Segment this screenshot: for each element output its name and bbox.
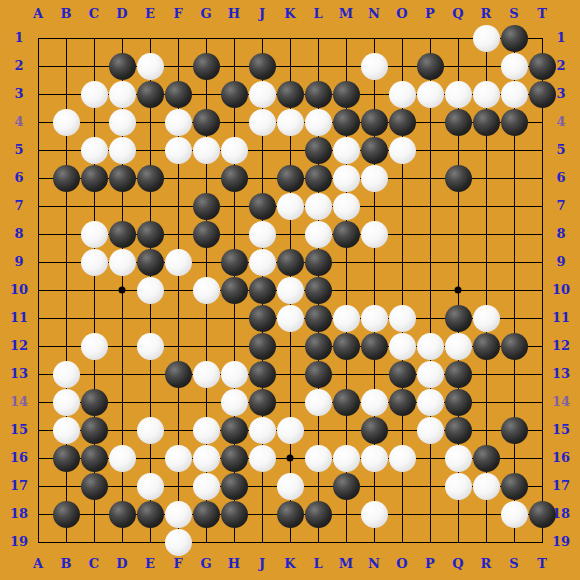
intersection-Q1[interactable] bbox=[444, 24, 472, 52]
intersection-Q11[interactable] bbox=[444, 304, 472, 332]
intersection-R6[interactable] bbox=[472, 164, 500, 192]
intersection-N10[interactable] bbox=[360, 276, 388, 304]
intersection-P9[interactable] bbox=[416, 248, 444, 276]
intersection-L5[interactable] bbox=[304, 136, 332, 164]
intersection-S1[interactable] bbox=[500, 24, 528, 52]
intersection-E16[interactable] bbox=[136, 444, 164, 472]
intersection-G1[interactable] bbox=[192, 24, 220, 52]
intersection-R1[interactable] bbox=[472, 24, 500, 52]
intersection-P11[interactable] bbox=[416, 304, 444, 332]
intersection-N5[interactable] bbox=[360, 136, 388, 164]
intersection-J3[interactable] bbox=[248, 80, 276, 108]
intersection-T6[interactable] bbox=[528, 164, 556, 192]
intersection-L17[interactable] bbox=[304, 472, 332, 500]
intersection-A8[interactable] bbox=[24, 220, 52, 248]
intersection-J1[interactable] bbox=[248, 24, 276, 52]
intersection-Q16[interactable] bbox=[444, 444, 472, 472]
intersection-M18[interactable] bbox=[332, 500, 360, 528]
intersection-H7[interactable] bbox=[220, 192, 248, 220]
intersection-K4[interactable] bbox=[276, 108, 304, 136]
intersection-B8[interactable] bbox=[52, 220, 80, 248]
intersection-L3[interactable] bbox=[304, 80, 332, 108]
intersection-G5[interactable] bbox=[192, 136, 220, 164]
intersection-J9[interactable] bbox=[248, 248, 276, 276]
intersection-E18[interactable] bbox=[136, 500, 164, 528]
intersection-G3[interactable] bbox=[192, 80, 220, 108]
intersection-G10[interactable] bbox=[192, 276, 220, 304]
intersection-C14[interactable] bbox=[80, 388, 108, 416]
intersection-F1[interactable] bbox=[164, 24, 192, 52]
intersection-F6[interactable] bbox=[164, 164, 192, 192]
intersection-E13[interactable] bbox=[136, 360, 164, 388]
intersection-G12[interactable] bbox=[192, 332, 220, 360]
intersection-H17[interactable] bbox=[220, 472, 248, 500]
intersection-R7[interactable] bbox=[472, 192, 500, 220]
intersection-K6[interactable] bbox=[276, 164, 304, 192]
intersection-K18[interactable] bbox=[276, 500, 304, 528]
intersection-Q14[interactable] bbox=[444, 388, 472, 416]
intersection-L9[interactable] bbox=[304, 248, 332, 276]
intersection-A15[interactable] bbox=[24, 416, 52, 444]
intersection-N12[interactable] bbox=[360, 332, 388, 360]
intersection-D10[interactable] bbox=[108, 276, 136, 304]
intersection-O12[interactable] bbox=[388, 332, 416, 360]
intersection-L16[interactable] bbox=[304, 444, 332, 472]
intersection-M16[interactable] bbox=[332, 444, 360, 472]
intersection-F15[interactable] bbox=[164, 416, 192, 444]
intersection-J6[interactable] bbox=[248, 164, 276, 192]
intersection-L11[interactable] bbox=[304, 304, 332, 332]
intersection-B3[interactable] bbox=[52, 80, 80, 108]
intersection-D16[interactable] bbox=[108, 444, 136, 472]
intersection-H10[interactable] bbox=[220, 276, 248, 304]
intersection-D17[interactable] bbox=[108, 472, 136, 500]
intersection-T10[interactable] bbox=[528, 276, 556, 304]
intersection-D11[interactable] bbox=[108, 304, 136, 332]
intersection-J13[interactable] bbox=[248, 360, 276, 388]
intersection-A9[interactable] bbox=[24, 248, 52, 276]
intersection-Q18[interactable] bbox=[444, 500, 472, 528]
intersection-N2[interactable] bbox=[360, 52, 388, 80]
intersection-T14[interactable] bbox=[528, 388, 556, 416]
intersection-E17[interactable] bbox=[136, 472, 164, 500]
intersection-D4[interactable] bbox=[108, 108, 136, 136]
intersection-B19[interactable] bbox=[52, 528, 80, 556]
intersection-Q7[interactable] bbox=[444, 192, 472, 220]
intersection-P13[interactable] bbox=[416, 360, 444, 388]
intersection-S16[interactable] bbox=[500, 444, 528, 472]
intersection-E10[interactable] bbox=[136, 276, 164, 304]
intersection-L2[interactable] bbox=[304, 52, 332, 80]
intersection-P19[interactable] bbox=[416, 528, 444, 556]
intersection-L15[interactable] bbox=[304, 416, 332, 444]
intersection-F5[interactable] bbox=[164, 136, 192, 164]
intersection-N6[interactable] bbox=[360, 164, 388, 192]
intersection-K12[interactable] bbox=[276, 332, 304, 360]
intersection-T8[interactable] bbox=[528, 220, 556, 248]
intersection-R13[interactable] bbox=[472, 360, 500, 388]
intersection-A12[interactable] bbox=[24, 332, 52, 360]
intersection-C6[interactable] bbox=[80, 164, 108, 192]
intersection-O9[interactable] bbox=[388, 248, 416, 276]
intersection-A14[interactable] bbox=[24, 388, 52, 416]
intersection-F8[interactable] bbox=[164, 220, 192, 248]
intersection-L18[interactable] bbox=[304, 500, 332, 528]
intersection-C5[interactable] bbox=[80, 136, 108, 164]
intersection-S19[interactable] bbox=[500, 528, 528, 556]
intersection-Q5[interactable] bbox=[444, 136, 472, 164]
intersection-P1[interactable] bbox=[416, 24, 444, 52]
intersection-M14[interactable] bbox=[332, 388, 360, 416]
intersection-O3[interactable] bbox=[388, 80, 416, 108]
intersection-P15[interactable] bbox=[416, 416, 444, 444]
intersection-S2[interactable] bbox=[500, 52, 528, 80]
intersection-B6[interactable] bbox=[52, 164, 80, 192]
intersection-N11[interactable] bbox=[360, 304, 388, 332]
intersection-Q3[interactable] bbox=[444, 80, 472, 108]
intersection-K9[interactable] bbox=[276, 248, 304, 276]
intersection-H1[interactable] bbox=[220, 24, 248, 52]
intersection-R10[interactable] bbox=[472, 276, 500, 304]
intersection-G17[interactable] bbox=[192, 472, 220, 500]
intersection-K1[interactable] bbox=[276, 24, 304, 52]
intersection-Q15[interactable] bbox=[444, 416, 472, 444]
intersection-F18[interactable] bbox=[164, 500, 192, 528]
intersection-A11[interactable] bbox=[24, 304, 52, 332]
intersection-N16[interactable] bbox=[360, 444, 388, 472]
intersection-B1[interactable] bbox=[52, 24, 80, 52]
intersection-Q12[interactable] bbox=[444, 332, 472, 360]
intersection-A5[interactable] bbox=[24, 136, 52, 164]
intersection-M19[interactable] bbox=[332, 528, 360, 556]
intersection-R8[interactable] bbox=[472, 220, 500, 248]
intersection-H5[interactable] bbox=[220, 136, 248, 164]
intersection-N9[interactable] bbox=[360, 248, 388, 276]
intersection-C18[interactable] bbox=[80, 500, 108, 528]
intersection-P3[interactable] bbox=[416, 80, 444, 108]
intersection-L13[interactable] bbox=[304, 360, 332, 388]
intersection-N19[interactable] bbox=[360, 528, 388, 556]
intersection-K10[interactable] bbox=[276, 276, 304, 304]
intersection-H12[interactable] bbox=[220, 332, 248, 360]
intersection-G11[interactable] bbox=[192, 304, 220, 332]
intersection-C12[interactable] bbox=[80, 332, 108, 360]
intersection-K7[interactable] bbox=[276, 192, 304, 220]
intersection-D18[interactable] bbox=[108, 500, 136, 528]
intersection-A18[interactable] bbox=[24, 500, 52, 528]
intersection-A10[interactable] bbox=[24, 276, 52, 304]
intersection-C10[interactable] bbox=[80, 276, 108, 304]
intersection-J12[interactable] bbox=[248, 332, 276, 360]
intersection-J11[interactable] bbox=[248, 304, 276, 332]
intersection-O1[interactable] bbox=[388, 24, 416, 52]
intersection-G16[interactable] bbox=[192, 444, 220, 472]
intersection-E2[interactable] bbox=[136, 52, 164, 80]
intersection-H14[interactable] bbox=[220, 388, 248, 416]
intersection-C19[interactable] bbox=[80, 528, 108, 556]
intersection-E4[interactable] bbox=[136, 108, 164, 136]
intersection-M8[interactable] bbox=[332, 220, 360, 248]
intersection-G8[interactable] bbox=[192, 220, 220, 248]
intersection-G2[interactable] bbox=[192, 52, 220, 80]
intersection-S10[interactable] bbox=[500, 276, 528, 304]
intersection-D13[interactable] bbox=[108, 360, 136, 388]
intersection-S7[interactable] bbox=[500, 192, 528, 220]
intersection-M11[interactable] bbox=[332, 304, 360, 332]
intersection-C13[interactable] bbox=[80, 360, 108, 388]
intersection-O2[interactable] bbox=[388, 52, 416, 80]
intersection-H19[interactable] bbox=[220, 528, 248, 556]
intersection-E15[interactable] bbox=[136, 416, 164, 444]
intersection-L12[interactable] bbox=[304, 332, 332, 360]
intersection-A17[interactable] bbox=[24, 472, 52, 500]
intersection-D15[interactable] bbox=[108, 416, 136, 444]
intersection-B10[interactable] bbox=[52, 276, 80, 304]
intersection-O14[interactable] bbox=[388, 388, 416, 416]
intersection-O16[interactable] bbox=[388, 444, 416, 472]
intersection-O19[interactable] bbox=[388, 528, 416, 556]
intersection-T9[interactable] bbox=[528, 248, 556, 276]
intersection-A4[interactable] bbox=[24, 108, 52, 136]
intersection-E14[interactable] bbox=[136, 388, 164, 416]
intersection-F14[interactable] bbox=[164, 388, 192, 416]
intersection-R5[interactable] bbox=[472, 136, 500, 164]
intersection-E9[interactable] bbox=[136, 248, 164, 276]
intersection-J18[interactable] bbox=[248, 500, 276, 528]
intersection-E6[interactable] bbox=[136, 164, 164, 192]
intersection-E12[interactable] bbox=[136, 332, 164, 360]
intersection-E8[interactable] bbox=[136, 220, 164, 248]
intersection-L6[interactable] bbox=[304, 164, 332, 192]
intersection-C9[interactable] bbox=[80, 248, 108, 276]
intersection-O11[interactable] bbox=[388, 304, 416, 332]
intersection-Q4[interactable] bbox=[444, 108, 472, 136]
intersection-D2[interactable] bbox=[108, 52, 136, 80]
intersection-A6[interactable] bbox=[24, 164, 52, 192]
intersection-J10[interactable] bbox=[248, 276, 276, 304]
intersection-C2[interactable] bbox=[80, 52, 108, 80]
intersection-R14[interactable] bbox=[472, 388, 500, 416]
intersection-J19[interactable] bbox=[248, 528, 276, 556]
intersection-B9[interactable] bbox=[52, 248, 80, 276]
intersection-K11[interactable] bbox=[276, 304, 304, 332]
intersection-B7[interactable] bbox=[52, 192, 80, 220]
intersection-B14[interactable] bbox=[52, 388, 80, 416]
intersection-Q9[interactable] bbox=[444, 248, 472, 276]
intersection-D1[interactable] bbox=[108, 24, 136, 52]
intersection-M15[interactable] bbox=[332, 416, 360, 444]
intersection-E19[interactable] bbox=[136, 528, 164, 556]
intersection-G15[interactable] bbox=[192, 416, 220, 444]
intersection-T4[interactable] bbox=[528, 108, 556, 136]
intersection-R15[interactable] bbox=[472, 416, 500, 444]
intersection-S8[interactable] bbox=[500, 220, 528, 248]
intersection-M12[interactable] bbox=[332, 332, 360, 360]
intersection-K14[interactable] bbox=[276, 388, 304, 416]
intersection-O4[interactable] bbox=[388, 108, 416, 136]
intersection-B2[interactable] bbox=[52, 52, 80, 80]
intersection-R12[interactable] bbox=[472, 332, 500, 360]
intersection-P10[interactable] bbox=[416, 276, 444, 304]
intersection-B12[interactable] bbox=[52, 332, 80, 360]
intersection-N18[interactable] bbox=[360, 500, 388, 528]
intersection-D6[interactable] bbox=[108, 164, 136, 192]
intersection-O5[interactable] bbox=[388, 136, 416, 164]
intersection-T19[interactable] bbox=[528, 528, 556, 556]
intersection-C4[interactable] bbox=[80, 108, 108, 136]
intersection-B17[interactable] bbox=[52, 472, 80, 500]
intersection-N8[interactable] bbox=[360, 220, 388, 248]
intersection-B4[interactable] bbox=[52, 108, 80, 136]
intersection-R19[interactable] bbox=[472, 528, 500, 556]
intersection-N15[interactable] bbox=[360, 416, 388, 444]
intersection-T12[interactable] bbox=[528, 332, 556, 360]
intersection-O18[interactable] bbox=[388, 500, 416, 528]
intersection-M5[interactable] bbox=[332, 136, 360, 164]
intersection-L19[interactable] bbox=[304, 528, 332, 556]
intersection-J4[interactable] bbox=[248, 108, 276, 136]
intersection-N17[interactable] bbox=[360, 472, 388, 500]
intersection-R17[interactable] bbox=[472, 472, 500, 500]
intersection-J8[interactable] bbox=[248, 220, 276, 248]
intersection-O10[interactable] bbox=[388, 276, 416, 304]
intersection-G9[interactable] bbox=[192, 248, 220, 276]
intersection-P14[interactable] bbox=[416, 388, 444, 416]
intersection-D14[interactable] bbox=[108, 388, 136, 416]
intersection-N13[interactable] bbox=[360, 360, 388, 388]
intersection-G7[interactable] bbox=[192, 192, 220, 220]
intersection-H18[interactable] bbox=[220, 500, 248, 528]
intersection-S18[interactable] bbox=[500, 500, 528, 528]
intersection-S12[interactable] bbox=[500, 332, 528, 360]
intersection-C11[interactable] bbox=[80, 304, 108, 332]
intersection-N4[interactable] bbox=[360, 108, 388, 136]
intersection-B18[interactable] bbox=[52, 500, 80, 528]
intersection-P5[interactable] bbox=[416, 136, 444, 164]
intersection-M9[interactable] bbox=[332, 248, 360, 276]
intersection-L1[interactable] bbox=[304, 24, 332, 52]
intersection-S11[interactable] bbox=[500, 304, 528, 332]
intersection-L10[interactable] bbox=[304, 276, 332, 304]
intersection-G14[interactable] bbox=[192, 388, 220, 416]
intersection-Q2[interactable] bbox=[444, 52, 472, 80]
intersection-F9[interactable] bbox=[164, 248, 192, 276]
intersection-A13[interactable] bbox=[24, 360, 52, 388]
intersection-T3[interactable] bbox=[528, 80, 556, 108]
intersection-S17[interactable] bbox=[500, 472, 528, 500]
intersection-N3[interactable] bbox=[360, 80, 388, 108]
intersection-E5[interactable] bbox=[136, 136, 164, 164]
intersection-M7[interactable] bbox=[332, 192, 360, 220]
intersection-L7[interactable] bbox=[304, 192, 332, 220]
intersection-P6[interactable] bbox=[416, 164, 444, 192]
intersection-G19[interactable] bbox=[192, 528, 220, 556]
intersection-S14[interactable] bbox=[500, 388, 528, 416]
intersection-T15[interactable] bbox=[528, 416, 556, 444]
intersection-R4[interactable] bbox=[472, 108, 500, 136]
intersection-E7[interactable] bbox=[136, 192, 164, 220]
intersection-T11[interactable] bbox=[528, 304, 556, 332]
intersection-G13[interactable] bbox=[192, 360, 220, 388]
intersection-Q8[interactable] bbox=[444, 220, 472, 248]
intersection-K3[interactable] bbox=[276, 80, 304, 108]
intersection-A3[interactable] bbox=[24, 80, 52, 108]
intersection-R11[interactable] bbox=[472, 304, 500, 332]
intersection-J14[interactable] bbox=[248, 388, 276, 416]
intersection-P4[interactable] bbox=[416, 108, 444, 136]
intersection-G18[interactable] bbox=[192, 500, 220, 528]
intersection-J17[interactable] bbox=[248, 472, 276, 500]
intersection-O17[interactable] bbox=[388, 472, 416, 500]
intersection-A1[interactable] bbox=[24, 24, 52, 52]
intersection-F10[interactable] bbox=[164, 276, 192, 304]
intersection-H6[interactable] bbox=[220, 164, 248, 192]
intersection-P7[interactable] bbox=[416, 192, 444, 220]
intersection-S9[interactable] bbox=[500, 248, 528, 276]
intersection-S5[interactable] bbox=[500, 136, 528, 164]
intersection-M3[interactable] bbox=[332, 80, 360, 108]
intersection-J7[interactable] bbox=[248, 192, 276, 220]
intersection-C16[interactable] bbox=[80, 444, 108, 472]
intersection-Q10[interactable] bbox=[444, 276, 472, 304]
intersection-H3[interactable] bbox=[220, 80, 248, 108]
intersection-M13[interactable] bbox=[332, 360, 360, 388]
intersection-P12[interactable] bbox=[416, 332, 444, 360]
intersection-F11[interactable] bbox=[164, 304, 192, 332]
intersection-G6[interactable] bbox=[192, 164, 220, 192]
intersection-E11[interactable] bbox=[136, 304, 164, 332]
intersection-F12[interactable] bbox=[164, 332, 192, 360]
intersection-P8[interactable] bbox=[416, 220, 444, 248]
intersection-H11[interactable] bbox=[220, 304, 248, 332]
intersection-C17[interactable] bbox=[80, 472, 108, 500]
intersection-K16[interactable] bbox=[276, 444, 304, 472]
intersection-H8[interactable] bbox=[220, 220, 248, 248]
intersection-H9[interactable] bbox=[220, 248, 248, 276]
intersection-F4[interactable] bbox=[164, 108, 192, 136]
intersection-O13[interactable] bbox=[388, 360, 416, 388]
intersection-N7[interactable] bbox=[360, 192, 388, 220]
intersection-D7[interactable] bbox=[108, 192, 136, 220]
intersection-H4[interactable] bbox=[220, 108, 248, 136]
intersection-T13[interactable] bbox=[528, 360, 556, 388]
intersection-Q6[interactable] bbox=[444, 164, 472, 192]
intersection-D19[interactable] bbox=[108, 528, 136, 556]
intersection-C8[interactable] bbox=[80, 220, 108, 248]
intersection-Q17[interactable] bbox=[444, 472, 472, 500]
intersection-B13[interactable] bbox=[52, 360, 80, 388]
intersection-M4[interactable] bbox=[332, 108, 360, 136]
intersection-S3[interactable] bbox=[500, 80, 528, 108]
intersection-N1[interactable] bbox=[360, 24, 388, 52]
intersection-M17[interactable] bbox=[332, 472, 360, 500]
intersection-S4[interactable] bbox=[500, 108, 528, 136]
intersection-K19[interactable] bbox=[276, 528, 304, 556]
intersection-R9[interactable] bbox=[472, 248, 500, 276]
intersection-F7[interactable] bbox=[164, 192, 192, 220]
intersection-H2[interactable] bbox=[220, 52, 248, 80]
intersection-F2[interactable] bbox=[164, 52, 192, 80]
intersection-F19[interactable] bbox=[164, 528, 192, 556]
intersection-R18[interactable] bbox=[472, 500, 500, 528]
intersection-R2[interactable] bbox=[472, 52, 500, 80]
intersection-L8[interactable] bbox=[304, 220, 332, 248]
intersection-A19[interactable] bbox=[24, 528, 52, 556]
intersection-L4[interactable] bbox=[304, 108, 332, 136]
intersection-E3[interactable] bbox=[136, 80, 164, 108]
intersection-S6[interactable] bbox=[500, 164, 528, 192]
intersection-A7[interactable] bbox=[24, 192, 52, 220]
